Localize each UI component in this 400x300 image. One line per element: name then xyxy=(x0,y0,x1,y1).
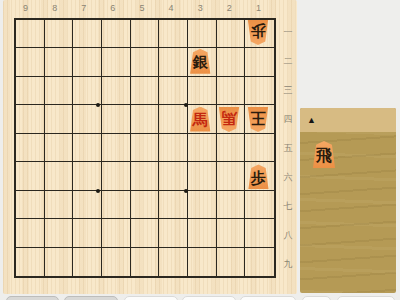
board-square[interactable] xyxy=(73,105,102,133)
board-square[interactable] xyxy=(16,219,45,247)
board-square[interactable] xyxy=(45,105,74,133)
board-square[interactable] xyxy=(188,20,217,48)
board-square[interactable] xyxy=(73,248,102,276)
board-square[interactable] xyxy=(102,105,131,133)
bottom-button[interactable] xyxy=(302,296,331,300)
rank-label: 三 xyxy=(284,86,293,95)
board-square[interactable] xyxy=(102,162,131,190)
board-square[interactable] xyxy=(102,219,131,247)
file-label: 5 xyxy=(139,4,144,13)
board-square[interactable] xyxy=(217,248,246,276)
board-square[interactable] xyxy=(188,219,217,247)
board-square[interactable] xyxy=(45,20,74,48)
bottom-button[interactable] xyxy=(124,296,178,300)
file-label: 8 xyxy=(52,4,57,13)
board-square[interactable] xyxy=(245,191,274,219)
board-square[interactable] xyxy=(16,48,45,76)
bottom-button[interactable] xyxy=(6,296,59,300)
board-square[interactable] xyxy=(188,162,217,190)
board-square[interactable] xyxy=(217,48,246,76)
board-square[interactable] xyxy=(45,77,74,105)
board-square[interactable] xyxy=(159,134,188,162)
board-square[interactable] xyxy=(45,134,74,162)
hand-piece-rook-glyph: 飛 xyxy=(316,148,332,164)
file-label: 2 xyxy=(227,4,232,13)
board-square[interactable] xyxy=(16,20,45,48)
piece-glyph: 馬 xyxy=(193,113,208,128)
bottom-button[interactable] xyxy=(240,296,296,300)
board-square[interactable] xyxy=(159,20,188,48)
board-square[interactable] xyxy=(217,219,246,247)
file-label: 4 xyxy=(169,4,174,13)
board-square[interactable] xyxy=(245,77,274,105)
piece-glyph: 歩 xyxy=(251,171,266,186)
board-square[interactable] xyxy=(131,105,160,133)
file-label: 3 xyxy=(198,4,203,13)
board-square[interactable] xyxy=(45,248,74,276)
rank-label: 四 xyxy=(284,115,293,124)
board-square[interactable] xyxy=(131,20,160,48)
board-square[interactable] xyxy=(159,162,188,190)
board-square[interactable] xyxy=(102,77,131,105)
board-square[interactable] xyxy=(45,191,74,219)
board-square[interactable] xyxy=(73,162,102,190)
rank-label: 一 xyxy=(284,28,293,37)
board-square[interactable] xyxy=(159,191,188,219)
shogi-board xyxy=(3,0,297,294)
board-square[interactable] xyxy=(159,248,188,276)
board-square[interactable] xyxy=(16,105,45,133)
board-square[interactable] xyxy=(73,20,102,48)
file-label: 7 xyxy=(81,4,86,13)
shogi-app: 987654321一二三四五六七八九 歩銀馬馬王歩 ▲ 飛 xyxy=(0,0,400,300)
board-square[interactable] xyxy=(245,134,274,162)
board-square[interactable] xyxy=(102,248,131,276)
board-square[interactable] xyxy=(217,191,246,219)
piece-glyph: 王 xyxy=(251,110,266,125)
board-square[interactable] xyxy=(102,48,131,76)
rank-label: 六 xyxy=(284,172,293,181)
board-square[interactable] xyxy=(73,191,102,219)
file-label: 9 xyxy=(23,4,28,13)
board-square[interactable] xyxy=(73,48,102,76)
board-square[interactable] xyxy=(188,248,217,276)
board-square[interactable] xyxy=(45,219,74,247)
board-square[interactable] xyxy=(131,162,160,190)
board-square[interactable] xyxy=(159,48,188,76)
board-square[interactable] xyxy=(102,134,131,162)
piece-glyph: 銀 xyxy=(193,55,208,70)
board-square[interactable] xyxy=(73,219,102,247)
board-square[interactable] xyxy=(245,248,274,276)
board-square[interactable] xyxy=(245,48,274,76)
hand-panel: ▲ xyxy=(300,108,396,293)
file-label: 6 xyxy=(110,4,115,13)
bottom-button[interactable] xyxy=(337,296,395,300)
board-grid xyxy=(14,18,276,278)
board-square[interactable] xyxy=(102,191,131,219)
board-square[interactable] xyxy=(159,219,188,247)
board-square[interactable] xyxy=(217,134,246,162)
board-square[interactable] xyxy=(159,77,188,105)
board-square[interactable] xyxy=(131,248,160,276)
board-square[interactable] xyxy=(16,77,45,105)
rank-label: 五 xyxy=(284,144,293,153)
board-square[interactable] xyxy=(102,20,131,48)
rank-label: 七 xyxy=(284,201,293,210)
board-square[interactable] xyxy=(16,248,45,276)
board-square[interactable] xyxy=(73,77,102,105)
board-square[interactable] xyxy=(16,134,45,162)
board-square[interactable] xyxy=(188,134,217,162)
piece-glyph: 馬 xyxy=(222,110,237,125)
hand-panel-header: ▲ xyxy=(300,108,396,132)
rank-label: 二 xyxy=(284,57,293,66)
board-square[interactable] xyxy=(188,77,217,105)
board-square[interactable] xyxy=(245,219,274,247)
board-square[interactable] xyxy=(45,48,74,76)
board-square[interactable] xyxy=(217,162,246,190)
board-square[interactable] xyxy=(131,219,160,247)
board-square[interactable] xyxy=(188,191,217,219)
board-square[interactable] xyxy=(131,48,160,76)
board-square[interactable] xyxy=(73,134,102,162)
rank-label: 八 xyxy=(284,230,293,239)
bottom-button[interactable] xyxy=(182,296,236,300)
board-square[interactable] xyxy=(131,77,160,105)
piece-glyph: 歩 xyxy=(251,23,266,38)
board-square[interactable] xyxy=(16,162,45,190)
board-square[interactable] xyxy=(217,77,246,105)
board-square[interactable] xyxy=(159,105,188,133)
star-point xyxy=(184,103,188,107)
file-label: 1 xyxy=(256,4,261,13)
bottom-button[interactable] xyxy=(64,296,118,300)
board-square[interactable] xyxy=(16,191,45,219)
board-square[interactable] xyxy=(131,134,160,162)
board-square[interactable] xyxy=(217,20,246,48)
sente-triangle-icon: ▲ xyxy=(307,116,316,125)
board-square[interactable] xyxy=(131,191,160,219)
board-square[interactable] xyxy=(45,162,74,190)
rank-label: 九 xyxy=(284,259,293,268)
